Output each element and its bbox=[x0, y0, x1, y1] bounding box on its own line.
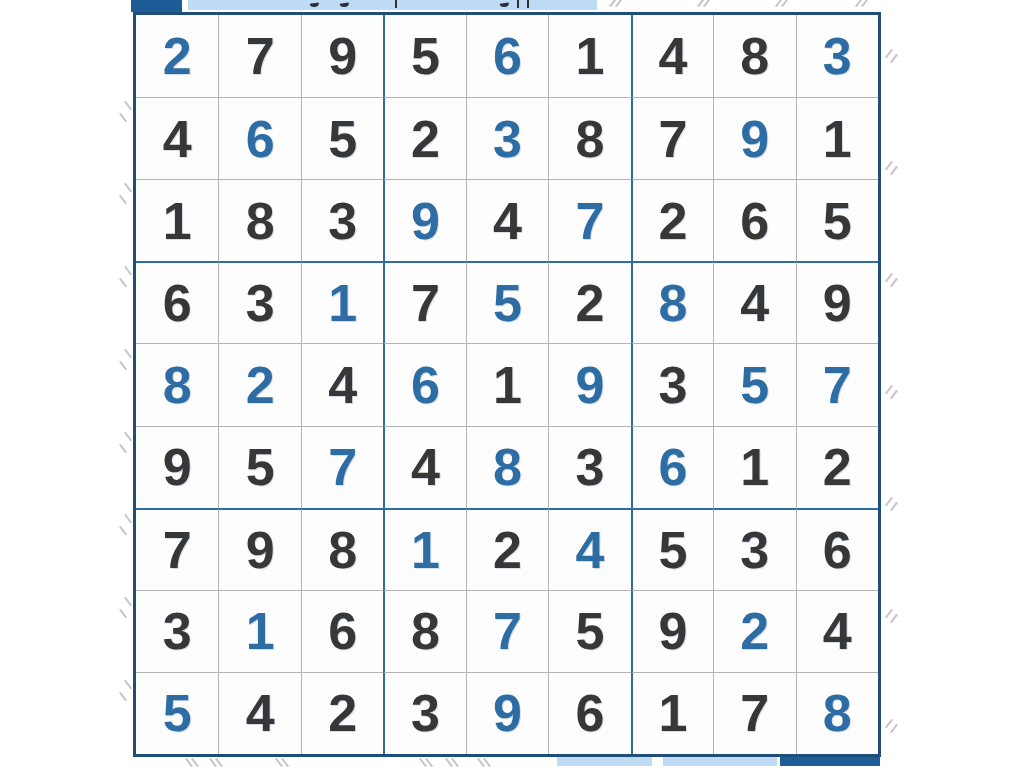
cropped-text-fragment bbox=[500, 2, 509, 7]
sudoku-cell-r4c5[interactable]: 5 bbox=[466, 261, 548, 343]
sudoku-cell-r2c6[interactable]: 8 bbox=[548, 97, 630, 179]
hatch-mark bbox=[890, 390, 898, 400]
sudoku-cell-r8c7[interactable]: 9 bbox=[631, 590, 713, 672]
sudoku-cell-r3c3[interactable]: 3 bbox=[301, 179, 383, 261]
sudoku-cell-r5c6[interactable]: 9 bbox=[548, 343, 630, 425]
sudoku-cell-r7c8[interactable]: 3 bbox=[713, 508, 795, 590]
sudoku-cell-r2c9[interactable]: 1 bbox=[796, 97, 878, 179]
sudoku-cell-r3c1[interactable]: 1 bbox=[136, 179, 218, 261]
sudoku-cell-r7c5[interactable]: 2 bbox=[466, 508, 548, 590]
sudoku-cell-r8c1[interactable]: 3 bbox=[136, 590, 218, 672]
sudoku-cell-r8c5[interactable]: 7 bbox=[466, 590, 548, 672]
sudoku-cell-r4c6[interactable]: 2 bbox=[548, 261, 630, 343]
sudoku-cell-r9c1[interactable]: 5 bbox=[136, 672, 218, 754]
hatch-mark bbox=[885, 719, 893, 729]
hatch-mark bbox=[781, 0, 789, 7]
hatch-mark bbox=[615, 0, 623, 7]
sudoku-cell-r9c3[interactable]: 2 bbox=[301, 672, 383, 754]
sudoku-cell-r8c8[interactable]: 2 bbox=[713, 590, 795, 672]
sudoku-cell-r7c6[interactable]: 4 bbox=[548, 508, 630, 590]
hatch-mark bbox=[124, 183, 132, 193]
sudoku-cell-r5c7[interactable]: 3 bbox=[631, 343, 713, 425]
sudoku-cell-r3c7[interactable]: 2 bbox=[631, 179, 713, 261]
sudoku-cell-r6c9[interactable]: 2 bbox=[796, 426, 878, 508]
hatch-mark bbox=[885, 49, 893, 59]
sudoku-cell-r2c7[interactable]: 7 bbox=[631, 97, 713, 179]
sudoku-cell-r4c1[interactable]: 6 bbox=[136, 261, 218, 343]
sudoku-cell-r5c9[interactable]: 7 bbox=[796, 343, 878, 425]
hatch-mark bbox=[124, 679, 132, 689]
sudoku-cell-r2c5[interactable]: 3 bbox=[466, 97, 548, 179]
sudoku-cell-r1c6[interactable]: 1 bbox=[548, 15, 630, 97]
sudoku-cell-r4c4[interactable]: 7 bbox=[383, 261, 465, 343]
sudoku-cell-r5c1[interactable]: 8 bbox=[136, 343, 218, 425]
sudoku-cell-r1c4[interactable]: 5 bbox=[383, 15, 465, 97]
sudoku-cell-r1c8[interactable]: 8 bbox=[713, 15, 795, 97]
hatch-mark bbox=[890, 614, 898, 624]
top-toolbar-fragment-light bbox=[188, 0, 597, 10]
sudoku-cell-r6c6[interactable]: 3 bbox=[548, 426, 630, 508]
sudoku-cell-r7c4[interactable]: 1 bbox=[383, 508, 465, 590]
sudoku-cell-r6c1[interactable]: 9 bbox=[136, 426, 218, 508]
sudoku-cell-r2c4[interactable]: 2 bbox=[383, 97, 465, 179]
hatch-mark bbox=[885, 161, 893, 171]
sudoku-cell-r2c2[interactable]: 6 bbox=[218, 97, 300, 179]
hatch-mark bbox=[890, 278, 898, 288]
bottom-scrollbar-fragment-light bbox=[663, 757, 777, 766]
hatch-mark bbox=[124, 266, 132, 276]
sudoku-board: 2795614834652387911839472656317528498246… bbox=[133, 12, 881, 757]
sudoku-cell-r9c8[interactable]: 7 bbox=[713, 672, 795, 754]
sudoku-cell-r6c7[interactable]: 6 bbox=[631, 426, 713, 508]
sudoku-cell-r7c3[interactable]: 8 bbox=[301, 508, 383, 590]
sudoku-cell-r6c8[interactable]: 1 bbox=[713, 426, 795, 508]
sudoku-cell-r8c9[interactable]: 4 bbox=[796, 590, 878, 672]
sudoku-cell-r2c3[interactable]: 5 bbox=[301, 97, 383, 179]
sudoku-cell-r9c6[interactable]: 6 bbox=[548, 672, 630, 754]
hatch-mark bbox=[885, 609, 893, 619]
sudoku-cell-r3c2[interactable]: 8 bbox=[218, 179, 300, 261]
bottom-scrollbar-fragment-dark bbox=[780, 757, 880, 766]
sudoku-cell-r4c9[interactable]: 9 bbox=[796, 261, 878, 343]
hatch-mark bbox=[885, 385, 893, 395]
hatch-mark bbox=[703, 0, 711, 7]
sudoku-cell-r7c9[interactable]: 6 bbox=[796, 508, 878, 590]
sudoku-cell-r3c5[interactable]: 4 bbox=[466, 179, 548, 261]
sudoku-cell-r7c7[interactable]: 5 bbox=[631, 508, 713, 590]
cropped-text-fragment bbox=[310, 2, 319, 7]
sudoku-cell-r5c3[interactable]: 4 bbox=[301, 343, 383, 425]
hatch-mark bbox=[119, 691, 127, 701]
sudoku-cell-r5c8[interactable]: 5 bbox=[713, 343, 795, 425]
cropped-text-fragment bbox=[340, 2, 349, 7]
hatch-mark bbox=[119, 526, 127, 536]
hatch-mark bbox=[119, 278, 127, 288]
sudoku-cell-r9c5[interactable]: 9 bbox=[466, 672, 548, 754]
sudoku-cell-r5c5[interactable]: 1 bbox=[466, 343, 548, 425]
sudoku-cell-r3c8[interactable]: 6 bbox=[713, 179, 795, 261]
sudoku-cell-r1c2[interactable]: 7 bbox=[218, 15, 300, 97]
cropped-text-fragment bbox=[395, 0, 397, 8]
top-scrollbar-fragment-dark bbox=[131, 0, 182, 12]
hatch-mark bbox=[890, 724, 898, 734]
hatch-mark bbox=[885, 273, 893, 283]
cropped-text-fragment bbox=[517, 0, 519, 8]
sudoku-cell-r7c1[interactable]: 7 bbox=[136, 508, 218, 590]
hatch-mark bbox=[124, 596, 132, 606]
sudoku-cell-r7c2[interactable]: 9 bbox=[218, 508, 300, 590]
sudoku-cell-r9c9[interactable]: 8 bbox=[796, 672, 878, 754]
sudoku-cell-r1c5[interactable]: 6 bbox=[466, 15, 548, 97]
hatch-mark bbox=[119, 112, 127, 122]
hatch-mark bbox=[890, 54, 898, 64]
sudoku-cell-r6c4[interactable]: 4 bbox=[383, 426, 465, 508]
hatch-mark bbox=[890, 166, 898, 176]
hatch-mark bbox=[124, 348, 132, 358]
hatch-mark bbox=[124, 100, 132, 110]
sudoku-cell-r3c6[interactable]: 7 bbox=[548, 179, 630, 261]
sudoku-cell-r1c1[interactable]: 2 bbox=[136, 15, 218, 97]
hatch-mark bbox=[119, 195, 127, 205]
sudoku-cell-r4c7[interactable]: 8 bbox=[631, 261, 713, 343]
sudoku-cell-r8c4[interactable]: 8 bbox=[383, 590, 465, 672]
hatch-mark bbox=[124, 431, 132, 441]
hatch-mark bbox=[119, 443, 127, 453]
sudoku-cell-r1c7[interactable]: 4 bbox=[631, 15, 713, 97]
sudoku-cell-r1c3[interactable]: 9 bbox=[301, 15, 383, 97]
sudoku-cell-r2c1[interactable]: 4 bbox=[136, 97, 218, 179]
hatch-mark bbox=[124, 514, 132, 524]
sudoku-cell-r4c8[interactable]: 4 bbox=[713, 261, 795, 343]
sudoku-cell-r4c2[interactable]: 3 bbox=[218, 261, 300, 343]
sudoku-cell-r8c6[interactable]: 5 bbox=[548, 590, 630, 672]
hatch-mark bbox=[890, 502, 898, 512]
sudoku-cell-r1c9[interactable]: 3 bbox=[796, 15, 878, 97]
sudoku-cell-r6c2[interactable]: 5 bbox=[218, 426, 300, 508]
sudoku-cell-r3c4[interactable]: 9 bbox=[383, 179, 465, 261]
hatch-mark bbox=[119, 608, 127, 618]
bottom-scrollbar-fragment-light bbox=[557, 757, 652, 766]
sudoku-cell-r9c4[interactable]: 3 bbox=[383, 672, 465, 754]
sudoku-cell-r8c3[interactable]: 6 bbox=[301, 590, 383, 672]
sudoku-cell-r2c8[interactable]: 9 bbox=[713, 97, 795, 179]
sudoku-cell-r9c2[interactable]: 4 bbox=[218, 672, 300, 754]
sudoku-cell-r6c5[interactable]: 8 bbox=[466, 426, 548, 508]
sudoku-cell-r8c2[interactable]: 1 bbox=[218, 590, 300, 672]
sudoku-cell-r4c3[interactable]: 1 bbox=[301, 261, 383, 343]
sudoku-cell-r5c2[interactable]: 2 bbox=[218, 343, 300, 425]
hatch-mark bbox=[885, 497, 893, 507]
sudoku-cell-r6c3[interactable]: 7 bbox=[301, 426, 383, 508]
cropped-text-fragment bbox=[527, 0, 529, 8]
hatch-mark bbox=[119, 360, 127, 370]
sudoku-cell-r9c7[interactable]: 1 bbox=[631, 672, 713, 754]
hatch-mark bbox=[861, 0, 869, 7]
sudoku-cell-r5c4[interactable]: 6 bbox=[383, 343, 465, 425]
sudoku-cell-r3c9[interactable]: 5 bbox=[796, 179, 878, 261]
